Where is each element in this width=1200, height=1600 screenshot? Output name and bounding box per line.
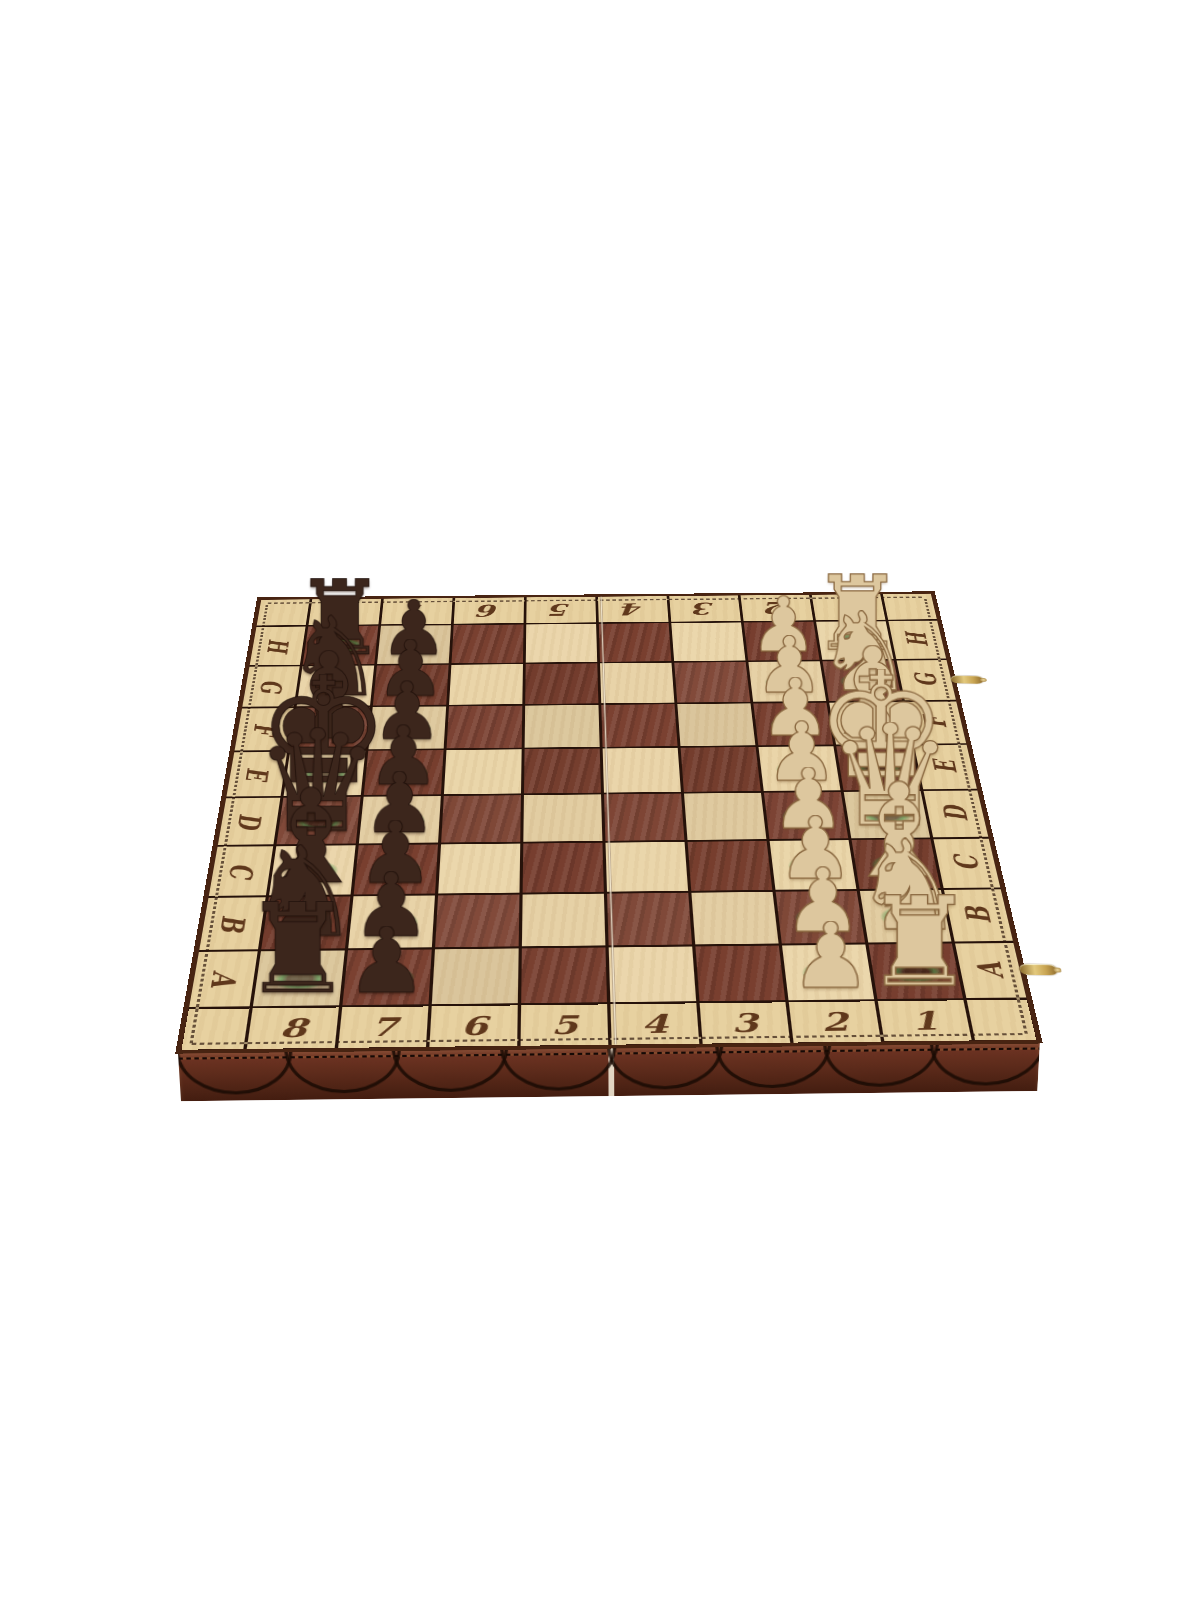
wood-grain-shade: [601, 704, 677, 747]
wood-grain-shade: [607, 893, 692, 946]
rank-label-text: 2: [789, 1001, 881, 1042]
wood-grain-shade: [674, 662, 750, 703]
square-f3[interactable]: [677, 703, 755, 746]
rank-label-far-6: 6: [454, 597, 524, 623]
square-c4[interactable]: [606, 842, 689, 892]
square-b4[interactable]: [607, 893, 692, 946]
rank-label-text: 6: [454, 597, 524, 623]
square-e5[interactable]: [524, 749, 601, 794]
rank-label-near-1: 1: [878, 1000, 972, 1041]
wood-grain-shade: [603, 748, 681, 793]
square-b6[interactable]: [435, 895, 519, 948]
rank-label-near-6: 6: [429, 1005, 517, 1046]
rank-label-near-2: 2: [789, 1001, 881, 1042]
product-photo-canvas: 87654321H♜♟♟♜HG♞♟♟♞GF♝♟♟♝FE♚♟♟♚ED♛♟♟♛DC♝…: [0, 0, 1200, 1600]
square-e3[interactable]: [681, 747, 761, 792]
square-c3[interactable]: [688, 841, 773, 891]
piece-white-pawn-a2[interactable]: ♟: [789, 921, 871, 992]
square-g3[interactable]: [674, 662, 750, 703]
rank-label-text: 5: [526, 597, 596, 623]
rank-label-text: 4: [598, 596, 668, 622]
square-a1[interactable]: ♜: [869, 944, 963, 999]
board-tilt: 87654321H♜♟♟♜HG♞♟♟♞GF♝♟♟♝FE♚♟♟♚ED♛♟♟♛DC♝…: [175, 591, 1043, 1053]
rank-label-text: 3: [669, 595, 741, 621]
rank-label-text: 6: [429, 1005, 517, 1046]
wood-grain-shade: [671, 622, 745, 661]
square-d4[interactable]: [604, 794, 684, 841]
square-e6[interactable]: [444, 749, 522, 794]
square-d3[interactable]: [684, 793, 766, 840]
board-plane: 87654321H♜♟♟♜HG♞♟♟♞GF♝♟♟♝FE♚♟♟♚ED♛♟♟♛DC♝…: [175, 591, 1043, 1053]
wood-grain-shade: [609, 947, 696, 1003]
square-a6[interactable]: [432, 948, 519, 1004]
square-a7[interactable]: ♟: [342, 949, 431, 1005]
square-g6[interactable]: [449, 664, 523, 705]
wood-grain-shade: [525, 705, 600, 748]
square-d5[interactable]: [523, 794, 602, 841]
square-a2[interactable]: ♟: [782, 945, 874, 1001]
wood-grain-shade: [451, 624, 523, 663]
square-h5[interactable]: [526, 624, 597, 663]
piece-white-rook-a1[interactable]: ♜: [863, 894, 974, 991]
square-c6[interactable]: [438, 844, 520, 894]
board-scene: 87654321H♜♟♟♜HG♞♟♟♞GF♝♟♟♝FE♚♟♟♚ED♛♟♟♛DC♝…: [222, 413, 983, 1174]
border-corner: [182, 1008, 250, 1049]
wood-grain-shade: [606, 842, 689, 892]
square-e4[interactable]: [603, 748, 681, 793]
wood-grain-shade: [522, 894, 605, 947]
square-f5[interactable]: [525, 705, 600, 748]
rank-label-text: 7: [338, 1006, 428, 1047]
piece-black-rook-a8[interactable]: ♜: [241, 901, 353, 998]
rank-label-near-5: 5: [521, 1004, 609, 1045]
wood-grain-shade: [526, 624, 597, 663]
square-h6[interactable]: [451, 624, 523, 663]
rank-label-near-7: 7: [338, 1006, 428, 1047]
wood-grain-shade: [449, 664, 523, 705]
wood-grain-shade: [684, 793, 766, 840]
square-b3[interactable]: [691, 892, 778, 945]
rank-label-far-3: 3: [669, 595, 741, 621]
square-a3[interactable]: [695, 946, 785, 1002]
rank-label-near-4: 4: [610, 1003, 699, 1044]
rank-label-far-5: 5: [526, 597, 596, 623]
rank-label-text: 5: [521, 1004, 609, 1045]
wood-grain-shade: [525, 663, 598, 704]
wood-grain-shade: [432, 948, 519, 1004]
square-f6[interactable]: [447, 706, 523, 749]
rank-label-text: 3: [700, 1002, 791, 1043]
square-a8[interactable]: ♜: [253, 950, 345, 1006]
wood-grain-shade: [600, 663, 674, 704]
wood-grain-shade: [599, 623, 672, 662]
square-a4[interactable]: [609, 947, 696, 1003]
wood-grain-shade: [444, 749, 522, 794]
square-f4[interactable]: [601, 704, 677, 747]
rank-label-far-4: 4: [598, 596, 668, 622]
wood-grain-shade: [438, 844, 520, 894]
piece-black-pawn-a7[interactable]: ♟: [345, 926, 427, 997]
square-d6[interactable]: [441, 795, 521, 842]
wood-grain-shade: [521, 947, 607, 1003]
wood-grain-shade: [691, 892, 778, 945]
wood-grain-shade: [524, 749, 601, 794]
wood-grain-shade: [688, 841, 773, 891]
wood-grain-shade: [441, 795, 521, 842]
scallop-arc: [822, 1041, 941, 1087]
rank-label-near-8: 8: [247, 1007, 339, 1048]
border-corner: [967, 1000, 1036, 1041]
rank-label-text: 1: [878, 1000, 972, 1041]
wood-grain-shade: [523, 794, 602, 841]
square-h4[interactable]: [599, 623, 672, 662]
square-c5[interactable]: [523, 843, 604, 893]
scallop-arc: [715, 1041, 832, 1089]
wood-grain-shade: [604, 794, 684, 841]
scallop-arc: [607, 1041, 724, 1090]
square-g4[interactable]: [600, 663, 674, 704]
wood-grain-shade: [523, 843, 604, 893]
wood-grain-shade: [681, 747, 761, 792]
rank-label-text: 4: [610, 1003, 699, 1044]
rank-label-text: 8: [247, 1007, 339, 1048]
wood-grain-shade: [447, 706, 523, 749]
square-b5[interactable]: [522, 894, 605, 947]
square-g5[interactable]: [525, 663, 598, 704]
wood-grain-shade: [695, 946, 785, 1002]
wood-grain-shade: [677, 703, 755, 746]
scallop-arc: [929, 1041, 1040, 1086]
square-h3[interactable]: [671, 622, 745, 661]
wood-grain-shade: [435, 895, 519, 948]
rank-label-near-3: 3: [700, 1002, 791, 1043]
square-a5[interactable]: [521, 947, 607, 1003]
